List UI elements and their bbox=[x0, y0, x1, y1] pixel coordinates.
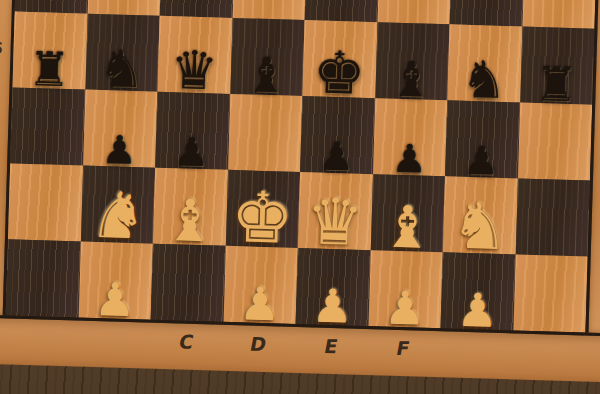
piece-white-pawn-e3[interactable]: ♟ bbox=[295, 282, 369, 330]
rank-label-6-right: 6 bbox=[595, 57, 600, 77]
piece-white-pawn-b3[interactable]: ♟ bbox=[78, 275, 152, 323]
piece-white-knight-g4[interactable]: ♞ bbox=[443, 193, 517, 259]
piece-white-king-d4[interactable]: ♚ bbox=[225, 181, 300, 253]
piece-white-pawn-g3[interactable]: ♟ bbox=[440, 286, 514, 334]
square-a3[interactable] bbox=[6, 239, 81, 317]
square-c3[interactable] bbox=[151, 244, 226, 322]
file-label-f: F bbox=[365, 337, 442, 360]
board-tilt-wrapper: 7 6 7 6 C D E F ♜♞♛♝♚♝♞♜♟♟♟♟♟♞♝♚♛♝♞♟♟♟♟♟ bbox=[0, 0, 600, 382]
file-label-c: C bbox=[148, 330, 225, 353]
piece-black-bishop-f6[interactable]: ♝ bbox=[375, 54, 449, 104]
square-e7[interactable] bbox=[305, 0, 379, 22]
piece-white-knight-b4[interactable]: ♞ bbox=[80, 183, 154, 249]
square-h3[interactable] bbox=[513, 254, 588, 332]
piece-black-knight-b6[interactable]: ♞ bbox=[85, 43, 159, 96]
piece-black-queen-c6[interactable]: ♛ bbox=[157, 43, 231, 98]
square-d5[interactable] bbox=[228, 94, 303, 172]
piece-white-bishop-c4[interactable]: ♝ bbox=[153, 190, 227, 250]
piece-black-bishop-d6[interactable]: ♝ bbox=[230, 50, 304, 100]
square-g7[interactable] bbox=[450, 0, 524, 27]
piece-white-queen-e4[interactable]: ♛ bbox=[298, 189, 372, 255]
piece-black-king-e6[interactable]: ♚ bbox=[302, 43, 376, 103]
photo-frame: 7 6 7 6 C D E F ♜♞♛♝♚♝♞♜♟♟♟♟♟♞♝♚♛♝♞♟♟♟♟♟ bbox=[0, 0, 600, 394]
file-label-d: D bbox=[220, 332, 297, 355]
piece-black-knight-g6[interactable]: ♞ bbox=[447, 53, 521, 106]
square-h4[interactable] bbox=[515, 178, 590, 256]
piece-black-pawn-f5[interactable]: ♟ bbox=[372, 138, 446, 179]
square-f7[interactable] bbox=[377, 0, 451, 24]
piece-black-pawn-c5[interactable]: ♟ bbox=[155, 132, 229, 173]
piece-black-rook-h6[interactable]: ♜ bbox=[520, 59, 594, 108]
square-d7[interactable] bbox=[232, 0, 306, 20]
piece-black-rook-a6[interactable]: ♜ bbox=[12, 44, 86, 93]
piece-white-pawn-d3[interactable]: ♟ bbox=[223, 279, 297, 327]
piece-white-pawn-f3[interactable]: ♟ bbox=[368, 284, 442, 332]
square-h5[interactable] bbox=[517, 102, 592, 180]
piece-black-pawn-e5[interactable]: ♟ bbox=[300, 136, 374, 177]
square-a5[interactable] bbox=[10, 87, 85, 165]
rank-label-6-left: 6 bbox=[0, 39, 12, 59]
square-h7[interactable] bbox=[522, 0, 596, 29]
file-label-e: E bbox=[293, 335, 370, 358]
square-a4[interactable] bbox=[8, 163, 83, 241]
piece-black-pawn-b5[interactable]: ♟ bbox=[83, 130, 157, 171]
piece-black-pawn-g5[interactable]: ♟ bbox=[445, 140, 519, 181]
piece-white-bishop-f4[interactable]: ♝ bbox=[370, 197, 444, 257]
